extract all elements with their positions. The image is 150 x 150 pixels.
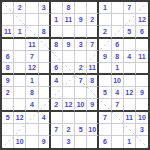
cell-r9c2[interactable] — [14, 99, 26, 111]
cell-r4c1[interactable] — [2, 39, 14, 51]
cell-r6c2[interactable] — [14, 63, 26, 75]
cell-r3c2[interactable]: 1 — [14, 26, 26, 38]
cell-r7c11[interactable] — [124, 75, 136, 87]
cell-r7c7[interactable]: 7 — [75, 75, 87, 87]
cell-r2c5[interactable]: 1 — [51, 14, 63, 26]
cell-r9c7[interactable]: 10 — [75, 99, 87, 111]
cell-r11c5[interactable]: 7 — [51, 124, 63, 136]
cell-r2c10[interactable] — [112, 14, 124, 26]
cell-r3c8[interactable] — [87, 26, 99, 38]
cell-r1c2[interactable]: 2 — [14, 2, 26, 14]
cell-r5c1[interactable]: 6 — [2, 51, 14, 63]
cell-r10c9[interactable]: 7 — [99, 112, 111, 124]
cell-r11c2[interactable] — [14, 124, 26, 136]
cell-r2c6[interactable]: 11 — [63, 14, 75, 26]
cell-r11c8[interactable]: 10 — [87, 124, 99, 136]
cell-r4c8[interactable]: 7 — [87, 39, 99, 51]
cell-r10c1[interactable]: 5 — [2, 112, 14, 124]
cell-r6c5[interactable]: 6 — [51, 63, 63, 75]
cell-r8c7[interactable] — [75, 87, 87, 99]
cell-r6c8[interactable]: 11 — [87, 63, 99, 75]
cell-r7c6[interactable] — [63, 75, 75, 87]
cell-r6c4[interactable] — [39, 63, 51, 75]
cell-r9c3[interactable]: 4 — [26, 99, 38, 111]
cell-r5c11[interactable]: 4 — [124, 51, 136, 63]
cell-r8c4[interactable] — [39, 87, 51, 99]
cell-r10c12[interactable]: 10 — [136, 112, 148, 124]
cell-r7c5[interactable]: 4 — [51, 75, 63, 87]
cell-r2c8[interactable]: 2 — [87, 14, 99, 26]
cell-r7c9[interactable] — [99, 75, 111, 87]
cell-r1c12[interactable] — [136, 2, 148, 14]
cell-r5c7[interactable] — [75, 51, 87, 63]
cell-r2c1[interactable] — [2, 14, 14, 26]
cell-r12c7[interactable] — [75, 136, 87, 148]
cell-r7c10[interactable]: 10 — [112, 75, 124, 87]
cell-r8c8[interactable] — [87, 87, 99, 99]
cell-r6c12[interactable] — [136, 63, 148, 75]
cell-r6c7[interactable]: 2 — [75, 63, 87, 75]
cell-r4c9[interactable] — [99, 39, 111, 51]
cell-r11c12[interactable]: 3 — [136, 124, 148, 136]
sudoku-board: 2381711192121118256118937667984118126211… — [0, 0, 150, 150]
cell-r4c6[interactable]: 9 — [63, 39, 75, 51]
cell-r7c1[interactable]: 9 — [2, 75, 14, 87]
cell-r8c12[interactable]: 9 — [136, 87, 148, 99]
cell-r10c6[interactable] — [63, 112, 75, 124]
cell-r9c5[interactable]: 2 — [51, 99, 63, 111]
cell-r4c2[interactable] — [14, 39, 26, 51]
cell-r12c9[interactable]: 6 — [99, 136, 111, 148]
cell-r6c9[interactable] — [99, 63, 111, 75]
cell-r3c1[interactable]: 11 — [2, 26, 14, 38]
cell-r8c9[interactable]: 5 — [99, 87, 111, 99]
cell-r6c10[interactable]: 1 — [112, 63, 124, 75]
cell-r4c3[interactable]: 11 — [26, 39, 38, 51]
cell-r9c6[interactable]: 12 — [63, 99, 75, 111]
cell-r2c9[interactable] — [99, 14, 111, 26]
cell-r7c4[interactable] — [39, 75, 51, 87]
cell-r1c7[interactable] — [75, 2, 87, 14]
cell-r1c6[interactable]: 8 — [63, 2, 75, 14]
cell-r9c1[interactable] — [2, 99, 14, 111]
cell-r5c8[interactable] — [87, 51, 99, 63]
cell-r6c6[interactable] — [63, 63, 75, 75]
cell-r6c11[interactable] — [124, 63, 136, 75]
cell-r8c5[interactable] — [51, 87, 63, 99]
cell-r12c1[interactable] — [2, 136, 14, 148]
cell-r3c10[interactable] — [112, 26, 124, 38]
cell-r4c5[interactable]: 8 — [51, 39, 63, 51]
cell-r7c3[interactable]: 1 — [26, 75, 38, 87]
cell-r10c4[interactable]: 4 — [39, 112, 51, 124]
sudoku-grid: 2381711192121118256118937667984118126211… — [2, 2, 148, 148]
cell-r9c11[interactable] — [124, 99, 136, 111]
cell-r5c10[interactable]: 8 — [112, 51, 124, 63]
cell-r1c3[interactable] — [26, 2, 38, 14]
cell-r12c11[interactable]: 1 — [124, 136, 136, 148]
cell-r5c12[interactable]: 11 — [136, 51, 148, 63]
cell-r9c4[interactable] — [39, 99, 51, 111]
cell-r3c7[interactable] — [75, 26, 87, 38]
cell-r11c11[interactable] — [124, 124, 136, 136]
cell-r2c4[interactable] — [39, 14, 51, 26]
cell-r2c2[interactable] — [14, 14, 26, 26]
cell-r5c5[interactable] — [51, 51, 63, 63]
cell-r1c1[interactable] — [2, 2, 14, 14]
cell-r7c8[interactable]: 8 — [87, 75, 99, 87]
cell-r9c9[interactable] — [99, 99, 111, 111]
cell-r8c6[interactable] — [63, 87, 75, 99]
cell-r2c3[interactable] — [26, 14, 38, 26]
cell-r5c3[interactable]: 7 — [26, 51, 38, 63]
cell-r8c1[interactable]: 2 — [2, 87, 14, 99]
cell-r8c10[interactable]: 4 — [112, 87, 124, 99]
cell-r9c8[interactable]: 9 — [87, 99, 99, 111]
cell-r3c4[interactable]: 8 — [39, 26, 51, 38]
cell-r12c12[interactable] — [136, 136, 148, 148]
cell-r8c11[interactable]: 12 — [124, 87, 136, 99]
cell-r3c12[interactable]: 6 — [136, 26, 148, 38]
cell-r2c11[interactable] — [124, 14, 136, 26]
cell-r12c2[interactable]: 10 — [14, 136, 26, 148]
cell-r10c10[interactable] — [112, 112, 124, 124]
cell-r6c1[interactable]: 8 — [2, 63, 14, 75]
cell-r4c10[interactable]: 6 — [112, 39, 124, 51]
cell-r9c10[interactable]: 7 — [112, 99, 124, 111]
cell-r3c3[interactable] — [26, 26, 38, 38]
cell-r9c12[interactable] — [136, 99, 148, 111]
cell-r11c3[interactable] — [26, 124, 38, 136]
cell-r4c12[interactable] — [136, 39, 148, 51]
cell-r4c7[interactable]: 3 — [75, 39, 87, 51]
cell-r11c7[interactable]: 5 — [75, 124, 87, 136]
cell-r5c4[interactable] — [39, 51, 51, 63]
cell-r1c10[interactable] — [112, 2, 124, 14]
cell-r6c3[interactable]: 12 — [26, 63, 38, 75]
cell-r10c7[interactable] — [75, 112, 87, 124]
cell-r3c6[interactable] — [63, 26, 75, 38]
cell-r5c2[interactable] — [14, 51, 26, 63]
cell-r12c3[interactable] — [26, 136, 38, 148]
cell-r10c5[interactable] — [51, 112, 63, 124]
cell-r1c4[interactable]: 3 — [39, 2, 51, 14]
cell-r7c2[interactable] — [14, 75, 26, 87]
cell-r8c3[interactable]: 8 — [26, 87, 38, 99]
cell-r5c6[interactable] — [63, 51, 75, 63]
cell-r12c5[interactable] — [51, 136, 63, 148]
cell-r12c4[interactable]: 9 — [39, 136, 51, 148]
cell-r10c11[interactable]: 11 — [124, 112, 136, 124]
cell-r10c2[interactable]: 12 — [14, 112, 26, 124]
cell-r11c10[interactable] — [112, 124, 124, 136]
cell-r10c3[interactable] — [26, 112, 38, 124]
cell-r2c7[interactable]: 9 — [75, 14, 87, 26]
cell-r11c4[interactable] — [39, 124, 51, 136]
cell-r3c5[interactable] — [51, 26, 63, 38]
cell-r11c1[interactable] — [2, 124, 14, 136]
cell-r5c9[interactable]: 9 — [99, 51, 111, 63]
cell-r10c8[interactable] — [87, 112, 99, 124]
cell-r3c9[interactable]: 2 — [99, 26, 111, 38]
cell-r11c9[interactable] — [99, 124, 111, 136]
cell-r1c11[interactable]: 7 — [124, 2, 136, 14]
cell-r12c8[interactable] — [87, 136, 99, 148]
cell-r11c6[interactable]: 2 — [63, 124, 75, 136]
cell-r12c10[interactable] — [112, 136, 124, 148]
cell-r1c8[interactable] — [87, 2, 99, 14]
cell-r1c9[interactable]: 1 — [99, 2, 111, 14]
cell-r4c4[interactable] — [39, 39, 51, 51]
cell-r1c5[interactable] — [51, 2, 63, 14]
cell-r12c6[interactable]: 3 — [63, 136, 75, 148]
cell-r7c12[interactable] — [136, 75, 148, 87]
cell-r2c12[interactable]: 12 — [136, 14, 148, 26]
cell-r3c11[interactable]: 5 — [124, 26, 136, 38]
cell-r8c2[interactable] — [14, 87, 26, 99]
cell-r4c11[interactable] — [124, 39, 136, 51]
